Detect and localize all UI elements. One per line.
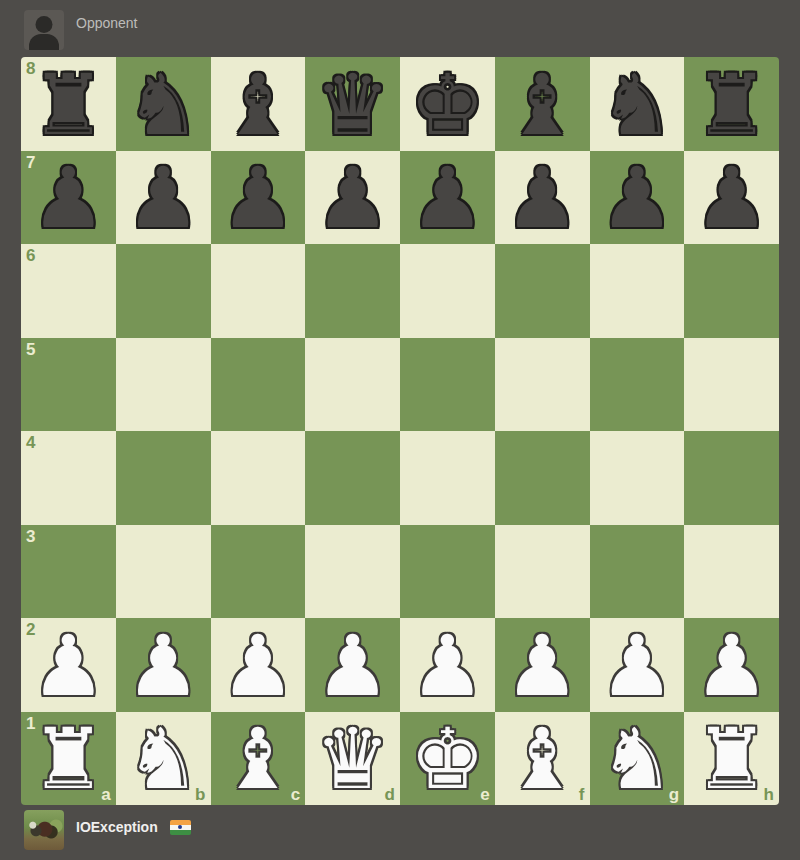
square-f2[interactable]: ♟	[495, 618, 590, 712]
player-bar: IOException	[24, 810, 191, 850]
square-c5[interactable]	[211, 338, 306, 432]
square-d5[interactable]	[305, 338, 400, 432]
piece-black-pawn[interactable]: ♟	[410, 156, 485, 240]
piece-black-pawn[interactable]: ♟	[125, 156, 200, 240]
square-g7[interactable]: ♟	[590, 151, 685, 245]
rank-label-3: 3	[26, 528, 35, 545]
square-c6[interactable]	[211, 244, 306, 338]
square-f3[interactable]	[495, 525, 590, 619]
piece-white-bishop[interactable]: ♝	[504, 717, 579, 801]
piece-black-bishop[interactable]: ♝	[504, 63, 579, 147]
piece-white-bishop[interactable]: ♝	[220, 717, 295, 801]
square-h7[interactable]: ♟	[684, 151, 779, 245]
square-a8[interactable]: 8♜	[21, 57, 116, 151]
square-f4[interactable]	[495, 431, 590, 525]
square-f1[interactable]: f♝	[495, 712, 590, 806]
square-c4[interactable]	[211, 431, 306, 525]
piece-black-pawn[interactable]: ♟	[315, 156, 390, 240]
square-d7[interactable]: ♟	[305, 151, 400, 245]
piece-white-pawn[interactable]: ♟	[599, 624, 674, 708]
square-h8[interactable]: ♜	[684, 57, 779, 151]
square-f7[interactable]: ♟	[495, 151, 590, 245]
square-h2[interactable]: ♟	[684, 618, 779, 712]
piece-white-rook[interactable]: ♜	[694, 717, 769, 801]
piece-white-pawn[interactable]: ♟	[694, 624, 769, 708]
piece-black-pawn[interactable]: ♟	[31, 156, 106, 240]
piece-black-bishop[interactable]: ♝	[220, 63, 295, 147]
square-a5[interactable]: 5	[21, 338, 116, 432]
rank-label-4: 4	[26, 434, 35, 451]
square-a2[interactable]: 2♟	[21, 618, 116, 712]
square-b6[interactable]	[116, 244, 211, 338]
opponent-bar: Opponent	[24, 10, 138, 50]
square-b4[interactable]	[116, 431, 211, 525]
piece-white-knight[interactable]: ♞	[125, 717, 200, 801]
piece-white-pawn[interactable]: ♟	[220, 624, 295, 708]
piece-black-king[interactable]: ♚	[410, 63, 485, 147]
square-c7[interactable]: ♟	[211, 151, 306, 245]
player-avatar[interactable]	[24, 810, 64, 850]
square-g5[interactable]	[590, 338, 685, 432]
piece-white-pawn[interactable]: ♟	[504, 624, 579, 708]
piece-white-queen[interactable]: ♛	[315, 717, 390, 801]
square-b1[interactable]: b♞	[116, 712, 211, 806]
square-e3[interactable]	[400, 525, 495, 619]
square-a4[interactable]: 4	[21, 431, 116, 525]
square-g1[interactable]: g♞	[590, 712, 685, 806]
square-h4[interactable]	[684, 431, 779, 525]
square-a1[interactable]: 1a♜	[21, 712, 116, 806]
opponent-avatar[interactable]	[24, 10, 64, 50]
square-b3[interactable]	[116, 525, 211, 619]
piece-white-pawn[interactable]: ♟	[315, 624, 390, 708]
square-a3[interactable]: 3	[21, 525, 116, 619]
square-e4[interactable]	[400, 431, 495, 525]
square-d4[interactable]	[305, 431, 400, 525]
square-b8[interactable]: ♞	[116, 57, 211, 151]
piece-black-rook[interactable]: ♜	[31, 63, 106, 147]
square-g2[interactable]: ♟	[590, 618, 685, 712]
piece-white-pawn[interactable]: ♟	[125, 624, 200, 708]
square-d8[interactable]: ♛	[305, 57, 400, 151]
chess-board: 8♜♞♝♛♚♝♞♜7♟♟♟♟♟♟♟♟65432♟♟♟♟♟♟♟♟1a♜b♞c♝d♛…	[21, 57, 779, 805]
opponent-name[interactable]: Opponent	[76, 14, 138, 32]
piece-white-king[interactable]: ♚	[410, 717, 485, 801]
square-h6[interactable]	[684, 244, 779, 338]
square-g6[interactable]	[590, 244, 685, 338]
square-g8[interactable]: ♞	[590, 57, 685, 151]
square-e2[interactable]: ♟	[400, 618, 495, 712]
piece-white-rook[interactable]: ♜	[31, 717, 106, 801]
piece-black-knight[interactable]: ♞	[125, 63, 200, 147]
piece-black-rook[interactable]: ♜	[694, 63, 769, 147]
square-b5[interactable]	[116, 338, 211, 432]
square-h1[interactable]: h♜	[684, 712, 779, 806]
square-e8[interactable]: ♚	[400, 57, 495, 151]
piece-black-pawn[interactable]: ♟	[220, 156, 295, 240]
square-d2[interactable]: ♟	[305, 618, 400, 712]
square-d1[interactable]: d♛	[305, 712, 400, 806]
chess-app-screen: Opponent 8♜♞♝♛♚♝♞♜7♟♟♟♟♟♟♟♟65432♟♟♟♟♟♟♟♟…	[0, 0, 800, 860]
square-e1[interactable]: e♚	[400, 712, 495, 806]
square-c1[interactable]: c♝	[211, 712, 306, 806]
square-c3[interactable]	[211, 525, 306, 619]
rank-label-6: 6	[26, 247, 35, 264]
person-silhouette-icon	[36, 16, 53, 33]
square-g4[interactable]	[590, 431, 685, 525]
piece-black-queen[interactable]: ♛	[315, 63, 390, 147]
square-c8[interactable]: ♝	[211, 57, 306, 151]
piece-white-knight[interactable]: ♞	[599, 717, 674, 801]
square-b2[interactable]: ♟	[116, 618, 211, 712]
square-a6[interactable]: 6	[21, 244, 116, 338]
square-f6[interactable]	[495, 244, 590, 338]
square-g3[interactable]	[590, 525, 685, 619]
square-c2[interactable]: ♟	[211, 618, 306, 712]
rank-label-5: 5	[26, 341, 35, 358]
piece-black-pawn[interactable]: ♟	[599, 156, 674, 240]
piece-black-pawn[interactable]: ♟	[504, 156, 579, 240]
player-name[interactable]: IOException	[76, 818, 158, 836]
square-h5[interactable]	[684, 338, 779, 432]
square-d3[interactable]	[305, 525, 400, 619]
square-f8[interactable]: ♝	[495, 57, 590, 151]
piece-white-pawn[interactable]: ♟	[410, 624, 485, 708]
square-e5[interactable]	[400, 338, 495, 432]
piece-black-knight[interactable]: ♞	[599, 63, 674, 147]
square-d6[interactable]	[305, 244, 400, 338]
square-e6[interactable]	[400, 244, 495, 338]
india-flag-icon	[170, 820, 191, 835]
square-e7[interactable]: ♟	[400, 151, 495, 245]
piece-black-pawn[interactable]: ♟	[694, 156, 769, 240]
piece-white-pawn[interactable]: ♟	[31, 624, 106, 708]
square-f5[interactable]	[495, 338, 590, 432]
square-a7[interactable]: 7♟	[21, 151, 116, 245]
square-b7[interactable]: ♟	[116, 151, 211, 245]
square-h3[interactable]	[684, 525, 779, 619]
